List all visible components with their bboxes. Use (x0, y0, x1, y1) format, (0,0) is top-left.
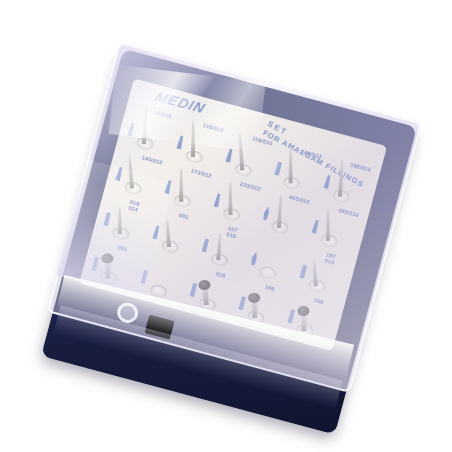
bur-silhouette-icon (201, 238, 209, 253)
bur-label: 96/010 (153, 109, 172, 120)
bur-silhouette-icon (238, 296, 246, 311)
bur-label-line1: 198/015 (350, 162, 372, 173)
bur-label-line2: 014 (128, 205, 139, 213)
bur-label: 405/010 (288, 193, 310, 205)
dental-bur (202, 288, 208, 305)
bur-label-line1: 233/012 (239, 180, 261, 191)
bur-silhouette-icon (164, 180, 172, 195)
bur-silhouette-icon (115, 167, 123, 182)
dental-bur (253, 301, 258, 318)
bur-silhouette-icon (299, 264, 307, 279)
bur-silhouette-icon (287, 309, 295, 324)
bur-label-line1: 118/010 (202, 122, 224, 133)
bur-silhouette-icon (189, 283, 197, 298)
bur-label: 198/015 (349, 162, 371, 174)
bur-silhouette-icon (250, 251, 258, 266)
bur-label-line2: 010 (226, 231, 237, 239)
bur-silhouette-icon (274, 161, 282, 176)
bur-label-line1: 268 (313, 296, 324, 304)
bur-label: 187 014 (324, 251, 337, 266)
bur-label-line1: 168/012 (300, 148, 322, 159)
bur-label: 018 (215, 270, 226, 279)
bur-label-line2: 014 (324, 257, 335, 265)
bur-label (166, 257, 168, 263)
tray-hole (148, 283, 168, 299)
bur-silhouette-icon (311, 219, 319, 234)
bur-label-line1: 495/010 (338, 206, 360, 217)
dental-bur (105, 262, 110, 279)
bur-label: 018 014 (128, 199, 141, 214)
bur-label-line1: 140/012 (141, 154, 163, 165)
bur-label: 173/012 (190, 167, 212, 179)
bur-silhouette-icon (176, 135, 184, 150)
bur-label-line1: 001 (117, 244, 128, 252)
bur-silhouette-icon (140, 270, 148, 285)
bur-silhouette-icon (262, 206, 270, 221)
bur-label-line1: 405/010 (288, 193, 310, 204)
bur-label: 118/010 (202, 122, 224, 134)
bur-label-line1: 96/010 (153, 109, 172, 119)
bur-label: 168 (264, 283, 275, 292)
bur-label-line1: 173/012 (190, 167, 212, 178)
bur-label: 233/012 (239, 180, 261, 192)
bur-silhouette-icon (91, 256, 99, 271)
bur-label-line1: 168 (264, 283, 275, 291)
dental-bur (302, 314, 307, 331)
bur-label-line1: 001 (178, 212, 189, 220)
tray-hole (259, 264, 279, 280)
bur-silhouette-icon (152, 225, 160, 240)
bur-label: 107 010 (226, 225, 239, 240)
bur-label: 001 (178, 212, 189, 221)
bur-silhouette-icon (213, 193, 221, 208)
bur-label-line1 (166, 257, 168, 263)
bur-label: 268 (313, 296, 324, 305)
bur-silhouette-icon (127, 122, 135, 137)
bur-silhouette-icon (103, 211, 111, 226)
bur-label: 168/012 (300, 148, 322, 160)
bur-label: 116/010 (251, 135, 273, 147)
bur-label: 495/010 (337, 206, 359, 218)
product-photo: MEDIN SET FOR AMALGAM FILLINGS 96/010 11… (0, 0, 452, 452)
bur-label-line1: 018 (215, 270, 226, 278)
bur-label (276, 238, 278, 244)
bur-label-line1: 116/010 (251, 135, 273, 146)
bur-set-box: MEDIN SET FOR AMALGAM FILLINGS 96/010 11… (59, 79, 387, 425)
bur-silhouette-icon (323, 174, 331, 189)
bur-label: 001 (117, 244, 128, 253)
bur-label-line1 (276, 238, 278, 244)
bur-silhouette-icon (225, 148, 233, 163)
bur-label: 140/012 (141, 154, 163, 166)
